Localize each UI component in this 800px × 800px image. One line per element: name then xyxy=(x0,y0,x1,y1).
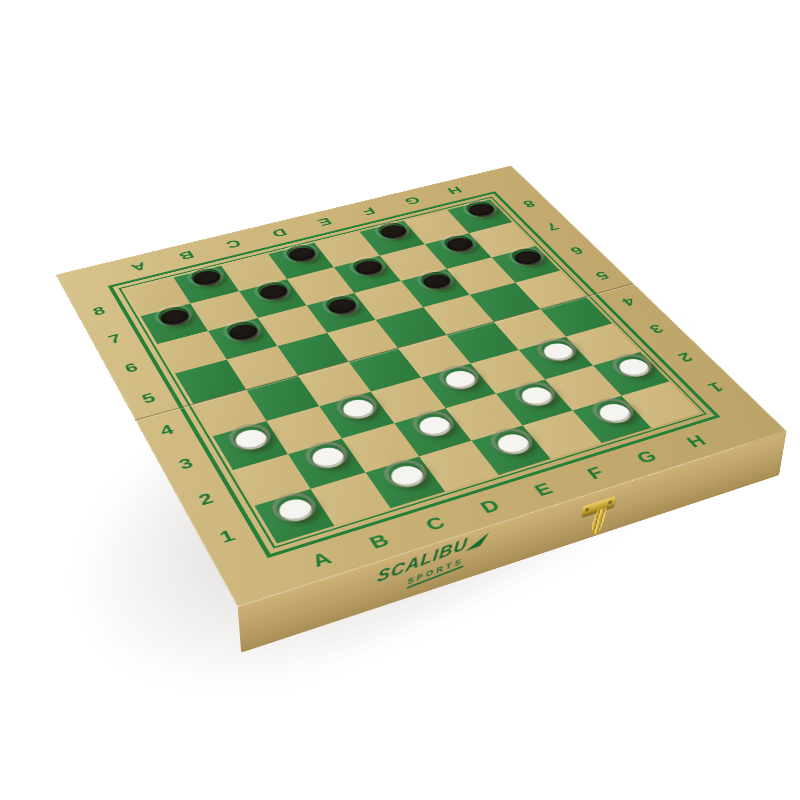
checker-white-e3[interactable]: ● xyxy=(421,355,496,400)
brass-latch xyxy=(582,496,616,517)
rank-label-left-7: 7 xyxy=(88,320,142,358)
brand-swoosh-arrow-icon xyxy=(465,532,489,551)
square-a3[interactable]: ● xyxy=(213,421,288,470)
rank-label-right-1: 1 xyxy=(683,367,749,408)
square-a7[interactable]: ● xyxy=(141,304,209,345)
product-photo-scene: ●●●●●●●●●●●●●●●●●●●●●●●● 87654321 876543… xyxy=(0,0,800,800)
checker-black-h6[interactable]: ● xyxy=(492,238,561,275)
file-label-far-c: C xyxy=(204,230,263,258)
file-label-far-a: A xyxy=(109,252,168,281)
rank-label-left-6: 6 xyxy=(103,348,159,388)
checker-black-h8[interactable]: ● xyxy=(447,192,512,226)
square-a1[interactable]: ● xyxy=(254,489,334,543)
rank-label-left-8: 8 xyxy=(73,293,126,329)
